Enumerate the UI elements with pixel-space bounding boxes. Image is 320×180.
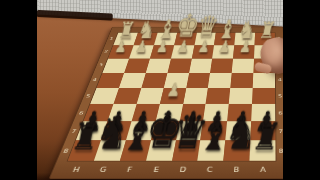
square-d7[interactable]: ♟	[176, 121, 204, 140]
rank-label-right-8: 8	[276, 141, 283, 162]
file-label-bottom-D: D	[169, 163, 198, 177]
square-a8[interactable]: ♜	[250, 140, 276, 160]
square-d1[interactable]: ♛	[194, 33, 216, 45]
square-d5[interactable]	[183, 88, 208, 104]
file-label-bottom-B: B	[223, 163, 251, 177]
square-a4[interactable]	[253, 73, 275, 88]
square-c3[interactable]	[210, 58, 233, 72]
square-b8[interactable]: ♞	[224, 140, 251, 160]
square-e1[interactable]: ♚	[174, 33, 197, 45]
square-b5[interactable]	[229, 88, 253, 104]
square-d8[interactable]: ♛	[172, 140, 201, 160]
square-b1[interactable]: ♞	[234, 33, 255, 45]
file-label-bottom-C: C	[196, 163, 224, 177]
photo-scene: HGFEDCBA 12345678 12345678 ♜♞♝♚♛♝♞♜♟♟♟♟♟…	[37, 0, 283, 180]
square-e5[interactable]: ♟	[160, 88, 186, 104]
square-a7[interactable]: ♟	[250, 121, 275, 140]
square-d3[interactable]	[189, 58, 213, 72]
square-b2[interactable]: ♟	[233, 45, 254, 58]
square-e2[interactable]: ♟	[171, 45, 194, 58]
file-label-bottom-H: H	[61, 163, 93, 177]
square-b3[interactable]	[232, 58, 254, 72]
square-d6[interactable]	[179, 104, 206, 121]
square-c5[interactable]	[206, 88, 231, 104]
rank-label-right-7: 7	[276, 122, 283, 141]
square-c6[interactable]	[203, 104, 229, 121]
square-e6[interactable]	[155, 104, 182, 121]
square-c2[interactable]: ♟	[212, 45, 234, 58]
square-d4[interactable]	[186, 73, 211, 88]
letterbox-stage: HGFEDCBA 12345678 12345678 ♜♞♝♚♛♝♞♜♟♟♟♟♟…	[0, 0, 320, 180]
square-b7[interactable]: ♟	[226, 121, 252, 140]
board-perspective-wrapper: HGFEDCBA 12345678 12345678 ♜♞♝♚♛♝♞♜♟♟♟♟♟…	[37, 0, 283, 180]
square-a6[interactable]	[251, 104, 275, 121]
square-a5[interactable]	[252, 88, 275, 104]
square-e4[interactable]	[164, 73, 189, 88]
square-d2[interactable]: ♟	[192, 45, 215, 58]
square-c7[interactable]: ♟	[201, 121, 228, 140]
rank-label-right-5: 5	[276, 88, 283, 104]
square-c1[interactable]: ♝	[214, 33, 235, 45]
board-grid: ♜♞♝♚♛♝♞♜♟♟♟♟♟♟♟♟♟♟♟♟♟♟♟♟♟♜♞♝♚♛♝♞♜	[67, 32, 277, 161]
square-b4[interactable]	[230, 73, 253, 88]
file-label-bottom-E: E	[142, 163, 172, 177]
file-label-bottom-F: F	[115, 163, 145, 177]
square-c4[interactable]	[208, 73, 232, 88]
file-label-bottom-G: G	[88, 163, 119, 177]
square-c8[interactable]: ♝	[198, 140, 226, 160]
square-e3[interactable]	[167, 58, 191, 72]
file-label-bottom-A: A	[250, 163, 277, 177]
rank-label-right-6: 6	[276, 104, 283, 122]
file-labels-bottom: HGFEDCBA	[61, 163, 277, 177]
square-b6[interactable]	[227, 104, 252, 121]
rank-label-right-4: 4	[276, 72, 283, 87]
chess-board: HGFEDCBA 12345678 12345678 ♜♞♝♚♛♝♞♜♟♟♟♟♟…	[49, 27, 283, 179]
